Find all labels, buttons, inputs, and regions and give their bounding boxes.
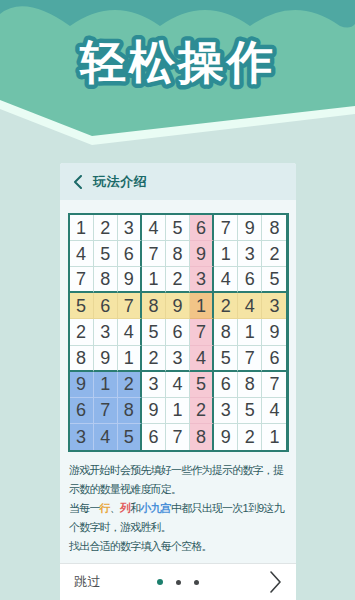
sudoku-cell: 1 bbox=[190, 293, 214, 319]
sudoku-cell: 2 bbox=[262, 241, 286, 267]
sudoku-cell: 6 bbox=[262, 346, 286, 372]
sudoku-cell: 2 bbox=[214, 293, 238, 319]
instruction-segment: 当每一 bbox=[69, 502, 100, 514]
sudoku-cell: 3 bbox=[142, 372, 166, 398]
sudoku-cell: 6 bbox=[70, 398, 94, 424]
skip-button[interactable]: 跳过 bbox=[74, 573, 101, 591]
sudoku-cell: 8 bbox=[70, 346, 94, 372]
sudoku-cell: 4 bbox=[238, 293, 262, 319]
page-background: { "game": "sudoku", "position": "1234567… bbox=[0, 0, 355, 600]
sudoku-cell: 1 bbox=[118, 346, 142, 372]
sudoku-cell: 5 bbox=[118, 424, 142, 450]
sudoku-cell: 3 bbox=[238, 241, 262, 267]
instructions: 游戏开始时会预先填好一些作为提示的数字，提示数的数量视难度而定。当每一行、列和小… bbox=[60, 452, 296, 556]
instruction-segment: 列 bbox=[120, 502, 130, 514]
instruction-paragraph: 当每一行、列和小九宫中都只出现一次1到9这九个数字时，游戏胜利。 bbox=[69, 499, 287, 537]
sudoku-cell: 6 bbox=[118, 241, 142, 267]
sudoku-cell: 1 bbox=[214, 241, 238, 267]
sudoku-cell: 6 bbox=[238, 267, 262, 293]
sudoku-cell: 9 bbox=[118, 267, 142, 293]
sudoku-cell: 4 bbox=[70, 241, 94, 267]
sudoku-cell: 7 bbox=[166, 424, 190, 450]
instruction-paragraph: 找出合适的数字填入每个空格。 bbox=[69, 537, 287, 556]
sudoku-cell: 1 bbox=[70, 215, 94, 241]
sudoku-cell: 4 bbox=[166, 372, 190, 398]
sudoku-cell: 5 bbox=[94, 241, 118, 267]
card-footer: 跳过 bbox=[60, 563, 296, 600]
pager-dots bbox=[157, 579, 199, 585]
sudoku-cell: 2 bbox=[94, 215, 118, 241]
sudoku-grid: 1234567984567891327891234655678912432345… bbox=[70, 215, 287, 450]
sudoku-cell: 9 bbox=[142, 398, 166, 424]
sudoku-cell: 9 bbox=[238, 215, 262, 241]
sudoku-cell: 4 bbox=[214, 267, 238, 293]
sudoku-cell: 2 bbox=[166, 267, 190, 293]
pager-dot bbox=[194, 580, 199, 585]
instruction-segment: 游戏开始时会预先填好一些作为提示的数字，提示数的数量视难度而定。 bbox=[69, 464, 283, 495]
sudoku-cell: 3 bbox=[190, 267, 214, 293]
sudoku-cell: 5 bbox=[142, 319, 166, 345]
sudoku-cell: 8 bbox=[262, 215, 286, 241]
sudoku-board: 1234567984567891327891234655678912432345… bbox=[68, 213, 289, 452]
pager-dot bbox=[176, 580, 181, 585]
sudoku-cell: 7 bbox=[190, 319, 214, 345]
next-chevron-icon bbox=[269, 571, 282, 593]
sudoku-cell: 4 bbox=[118, 319, 142, 345]
sudoku-cell: 4 bbox=[142, 215, 166, 241]
sudoku-cell: 6 bbox=[142, 424, 166, 450]
sudoku-cell: 6 bbox=[94, 293, 118, 319]
sudoku-cell: 9 bbox=[166, 293, 190, 319]
sudoku-cell: 1 bbox=[166, 398, 190, 424]
sudoku-cell: 2 bbox=[142, 346, 166, 372]
sudoku-cell: 5 bbox=[166, 215, 190, 241]
sudoku-cell: 7 bbox=[142, 241, 166, 267]
sudoku-cell: 3 bbox=[118, 215, 142, 241]
sudoku-cell: 2 bbox=[70, 319, 94, 345]
card-header: 玩法介绍 bbox=[60, 163, 296, 200]
sudoku-cell: 7 bbox=[118, 293, 142, 319]
sudoku-cell: 8 bbox=[118, 398, 142, 424]
sudoku-cell: 6 bbox=[166, 319, 190, 345]
sudoku-cell: 1 bbox=[94, 372, 118, 398]
instruction-segment: 行 bbox=[100, 502, 110, 514]
sudoku-cell: 2 bbox=[118, 372, 142, 398]
instruction-paragraph: 游戏开始时会预先填好一些作为提示的数字，提示数的数量视难度而定。 bbox=[69, 461, 287, 499]
sudoku-cell: 5 bbox=[238, 398, 262, 424]
sudoku-cell: 9 bbox=[70, 372, 94, 398]
sudoku-cell: 8 bbox=[166, 241, 190, 267]
sudoku-cell: 3 bbox=[70, 424, 94, 450]
sudoku-cell: 6 bbox=[214, 372, 238, 398]
sudoku-cell: 7 bbox=[70, 267, 94, 293]
instruction-segment: 、 bbox=[110, 502, 120, 514]
instruction-segment: 找出合适的数字填入每个空格。 bbox=[69, 540, 212, 552]
sudoku-cell: 7 bbox=[238, 346, 262, 372]
sudoku-cell: 8 bbox=[190, 424, 214, 450]
back-label: 玩法介绍 bbox=[93, 173, 147, 191]
instruction-segment: 小九宫 bbox=[140, 502, 171, 514]
sudoku-cell: 4 bbox=[190, 346, 214, 372]
next-button[interactable] bbox=[269, 571, 282, 593]
back-button[interactable]: 玩法介绍 bbox=[73, 173, 147, 191]
sudoku-cell: 8 bbox=[214, 319, 238, 345]
sudoku-cell: 4 bbox=[262, 398, 286, 424]
sudoku-cell: 3 bbox=[214, 398, 238, 424]
sudoku-cell: 3 bbox=[262, 293, 286, 319]
sudoku-cell: 8 bbox=[238, 372, 262, 398]
instruction-segment: 和 bbox=[130, 502, 140, 514]
sudoku-cell: 5 bbox=[70, 293, 94, 319]
sudoku-cell: 7 bbox=[262, 372, 286, 398]
sudoku-cell: 9 bbox=[190, 241, 214, 267]
sudoku-cell: 5 bbox=[214, 346, 238, 372]
sudoku-cell: 9 bbox=[94, 346, 118, 372]
sudoku-cell: 9 bbox=[262, 319, 286, 345]
sudoku-cell: 4 bbox=[94, 424, 118, 450]
sudoku-cell: 3 bbox=[166, 346, 190, 372]
sudoku-cell: 7 bbox=[94, 398, 118, 424]
back-chevron-icon bbox=[73, 175, 82, 189]
tutorial-card: 玩法介绍 12345679845678913278912346556789124… bbox=[60, 163, 296, 600]
sudoku-cell: 3 bbox=[94, 319, 118, 345]
sudoku-cell: 5 bbox=[190, 372, 214, 398]
page-title: 轻松操作 bbox=[79, 36, 276, 88]
sudoku-cell: 5 bbox=[262, 267, 286, 293]
sudoku-cell: 1 bbox=[238, 319, 262, 345]
sudoku-cell: 8 bbox=[142, 293, 166, 319]
sudoku-cell: 6 bbox=[190, 215, 214, 241]
sudoku-cell: 1 bbox=[262, 424, 286, 450]
sudoku-cell: 8 bbox=[94, 267, 118, 293]
sudoku-cell: 1 bbox=[142, 267, 166, 293]
sudoku-cell: 2 bbox=[190, 398, 214, 424]
pager-dot bbox=[157, 579, 163, 585]
header: 轻松操作 bbox=[0, 0, 355, 150]
sudoku-cell: 7 bbox=[214, 215, 238, 241]
sudoku-cell: 9 bbox=[214, 424, 238, 450]
sudoku-cell: 2 bbox=[238, 424, 262, 450]
